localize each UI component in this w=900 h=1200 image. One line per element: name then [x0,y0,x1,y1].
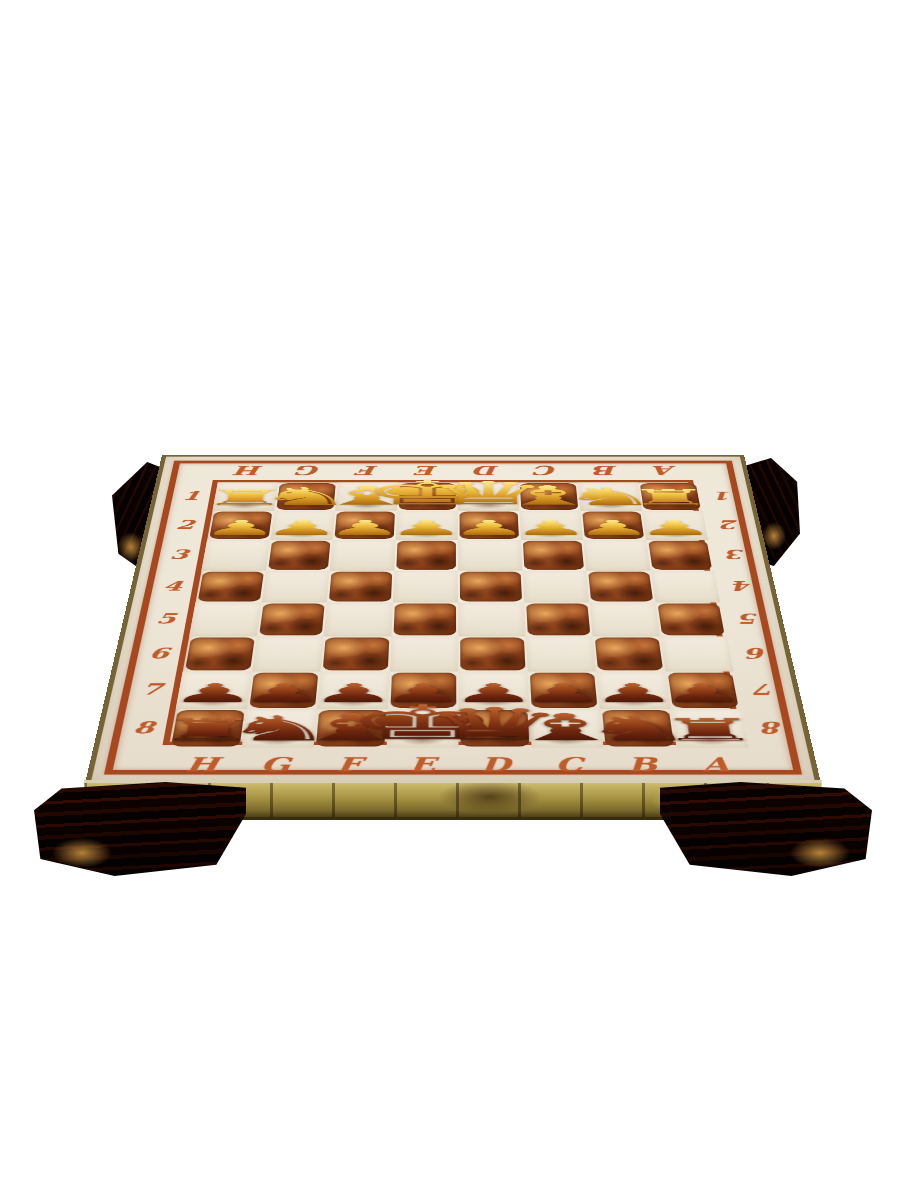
square-a5[interactable] [655,603,727,637]
file-label-far-H: H [230,463,269,478]
square-c5[interactable] [524,603,593,637]
square-h6[interactable] [183,636,257,671]
square-e5[interactable] [391,603,458,637]
square-b3[interactable] [583,540,650,571]
square-g7[interactable] [246,672,320,709]
chess-board: 1122334455667788HHGGFFEEDDCCBBAA ♜♞♝♚♛♝♞… [85,455,821,785]
square-f7[interactable] [317,672,389,709]
square-d6[interactable] [458,636,527,671]
square-c4[interactable] [522,570,589,602]
square-d7[interactable] [458,672,529,709]
chess-scene: 1122334455667788HHGGFFEEDDCCBBAA ♜♞♝♚♛♝♞… [0,0,900,1200]
square-e6[interactable] [389,636,458,671]
square-b7[interactable] [596,672,670,709]
square-h5[interactable] [189,603,261,637]
square-e7[interactable] [388,672,459,709]
square-e4[interactable] [392,570,458,602]
square-g5[interactable] [257,603,327,637]
square-d3[interactable] [458,540,522,571]
square-c7[interactable] [527,672,600,709]
square-f5[interactable] [324,603,393,637]
square-b5[interactable] [589,603,660,637]
square-f4[interactable] [327,570,394,602]
square-d5[interactable] [458,603,525,637]
piece-white-knight-b1[interactable]: ♞ [534,486,685,507]
file-label-far-B: B [587,463,625,478]
rank-label-right-3: 3 [716,547,758,561]
piece-white-king-e1[interactable]: ♚ [352,478,501,507]
product-photo-canvas: 1122334455667788HHGGFFEEDDCCBBAA ♜♞♝♚♛♝♞… [0,0,900,1200]
rank-label-left-4: 4 [151,578,194,593]
board-front-left-foot [34,782,246,876]
king-glyph: ♚ [360,478,494,507]
rank-label-left-3: 3 [158,547,200,561]
square-a7[interactable] [665,672,741,709]
square-h7[interactable] [176,672,252,709]
square-f3[interactable] [330,540,395,571]
square-b6[interactable] [593,636,665,671]
square-b4[interactable] [586,570,655,602]
square-h3[interactable] [201,540,269,571]
square-c3[interactable] [520,540,586,571]
square-g4[interactable] [261,570,330,602]
square-f6[interactable] [320,636,390,671]
knight-glyph: ♞ [560,486,659,507]
square-e3[interactable] [394,540,458,571]
square-a4[interactable] [650,570,720,602]
knight-glyph: ♞ [256,486,355,507]
piece-white-pawn-a2[interactable]: ♟ [598,519,753,536]
board-front-right-foot [660,782,872,876]
pawn-glyph: ♟ [636,519,715,536]
square-g3[interactable] [266,540,333,571]
file-label-far-G: G [290,463,328,478]
file-label-far-A: A [646,463,685,478]
square-a3[interactable] [646,540,715,571]
square-h4[interactable] [196,570,266,602]
rank-label-right-4: 4 [722,578,765,593]
square-c6[interactable] [525,636,596,671]
square-g6[interactable] [252,636,324,671]
square-a6[interactable] [660,636,734,671]
square-d4[interactable] [458,570,524,602]
